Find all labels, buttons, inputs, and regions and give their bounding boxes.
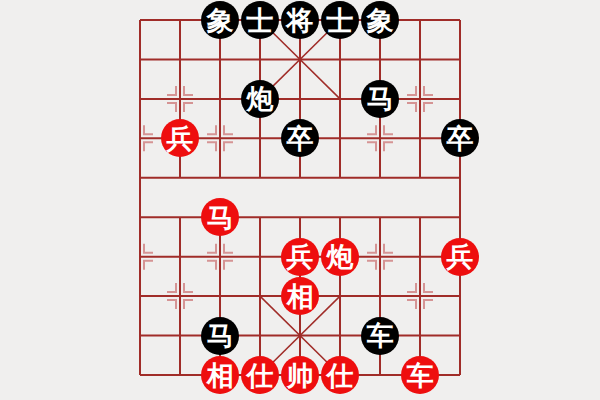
piece-red-pawn[interactable]: 兵 (281, 238, 319, 276)
piece-black-chariot[interactable]: 车 (361, 317, 399, 355)
piece-red-general[interactable]: 帅 (281, 356, 319, 394)
piece-red-horse[interactable]: 马 (201, 198, 239, 236)
xiangqi-diagram: 象士将士象炮马兵卒卒马兵炮兵相马车相仕帅仕车 (0, 0, 600, 400)
pieces-layer: 象士将士象炮马兵卒卒马兵炮兵相马车相仕帅仕车 (0, 0, 600, 400)
piece-black-cannon[interactable]: 炮 (241, 80, 279, 118)
piece-red-cannon[interactable]: 炮 (321, 238, 359, 276)
piece-red-elephant[interactable]: 相 (201, 356, 239, 394)
piece-red-pawn[interactable]: 兵 (441, 238, 479, 276)
piece-black-pawn[interactable]: 卒 (441, 119, 479, 157)
piece-black-advisor[interactable]: 士 (241, 1, 279, 39)
piece-black-horse[interactable]: 马 (201, 317, 239, 355)
piece-black-general[interactable]: 将 (281, 1, 319, 39)
piece-black-horse[interactable]: 马 (361, 80, 399, 118)
piece-red-pawn[interactable]: 兵 (161, 119, 199, 157)
piece-red-chariot[interactable]: 车 (401, 356, 439, 394)
piece-black-elephant[interactable]: 象 (201, 1, 239, 39)
piece-red-advisor[interactable]: 仕 (241, 356, 279, 394)
piece-black-pawn[interactable]: 卒 (281, 119, 319, 157)
piece-black-advisor[interactable]: 士 (321, 1, 359, 39)
piece-black-elephant[interactable]: 象 (361, 1, 399, 39)
piece-red-elephant[interactable]: 相 (281, 277, 319, 315)
piece-red-advisor[interactable]: 仕 (321, 356, 359, 394)
